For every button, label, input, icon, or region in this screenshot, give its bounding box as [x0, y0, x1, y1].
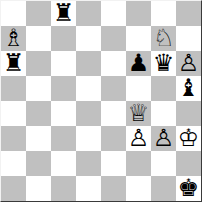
square-f6[interactable]: ♟ [126, 51, 151, 76]
square-e5[interactable] [101, 76, 126, 101]
square-e4[interactable] [101, 101, 126, 126]
square-g7[interactable]: ♘ [151, 26, 176, 51]
square-c3[interactable] [51, 126, 76, 151]
square-f4[interactable]: ♕ [126, 101, 151, 126]
piece-white-king[interactable]: ♔ [178, 126, 200, 151]
square-c7[interactable] [51, 26, 76, 51]
piece-black-pawn[interactable]: ♟ [128, 51, 150, 76]
square-d1[interactable] [76, 176, 101, 201]
square-a3[interactable] [1, 126, 26, 151]
square-d2[interactable] [76, 151, 101, 176]
chess-board: ♜♗♘♜♟♛♙♝♕♙♙♔♚ [0, 0, 202, 202]
square-f2[interactable] [126, 151, 151, 176]
square-d5[interactable] [76, 76, 101, 101]
square-d4[interactable] [76, 101, 101, 126]
square-b2[interactable] [26, 151, 51, 176]
square-g6[interactable]: ♛ [151, 51, 176, 76]
square-g8[interactable] [151, 1, 176, 26]
square-e7[interactable] [101, 26, 126, 51]
square-g5[interactable] [151, 76, 176, 101]
square-d7[interactable] [76, 26, 101, 51]
piece-black-queen[interactable]: ♛ [153, 51, 175, 76]
piece-black-rook[interactable]: ♜ [53, 1, 75, 26]
piece-black-king[interactable]: ♚ [178, 176, 200, 201]
square-c4[interactable] [51, 101, 76, 126]
square-d6[interactable] [76, 51, 101, 76]
square-a7[interactable]: ♗ [1, 26, 26, 51]
square-c1[interactable] [51, 176, 76, 201]
square-b4[interactable] [26, 101, 51, 126]
square-a1[interactable] [1, 176, 26, 201]
square-h8[interactable] [176, 1, 201, 26]
square-a4[interactable] [1, 101, 26, 126]
square-c5[interactable] [51, 76, 76, 101]
square-f3[interactable]: ♙ [126, 126, 151, 151]
square-g3[interactable]: ♙ [151, 126, 176, 151]
piece-white-knight[interactable]: ♘ [153, 26, 175, 51]
square-h3[interactable]: ♔ [176, 126, 201, 151]
square-d8[interactable] [76, 1, 101, 26]
square-g1[interactable] [151, 176, 176, 201]
square-e2[interactable] [101, 151, 126, 176]
piece-white-pawn[interactable]: ♙ [153, 126, 175, 151]
square-c6[interactable] [51, 51, 76, 76]
square-a6[interactable]: ♜ [1, 51, 26, 76]
square-e3[interactable] [101, 126, 126, 151]
square-g4[interactable] [151, 101, 176, 126]
square-f1[interactable] [126, 176, 151, 201]
square-e6[interactable] [101, 51, 126, 76]
piece-black-bishop[interactable]: ♝ [178, 76, 200, 101]
square-g2[interactable] [151, 151, 176, 176]
piece-white-bishop[interactable]: ♗ [3, 26, 25, 51]
square-d3[interactable] [76, 126, 101, 151]
square-f5[interactable] [126, 76, 151, 101]
square-h6[interactable]: ♙ [176, 51, 201, 76]
square-h7[interactable] [176, 26, 201, 51]
square-a8[interactable] [1, 1, 26, 26]
square-h1[interactable]: ♚ [176, 176, 201, 201]
square-e1[interactable] [101, 176, 126, 201]
piece-white-pawn[interactable]: ♙ [128, 126, 150, 151]
square-h4[interactable] [176, 101, 201, 126]
piece-white-pawn[interactable]: ♙ [178, 51, 200, 76]
square-b8[interactable] [26, 1, 51, 26]
square-b1[interactable] [26, 176, 51, 201]
square-c2[interactable] [51, 151, 76, 176]
square-b6[interactable] [26, 51, 51, 76]
square-c8[interactable]: ♜ [51, 1, 76, 26]
square-a5[interactable] [1, 76, 26, 101]
square-a2[interactable] [1, 151, 26, 176]
square-h5[interactable]: ♝ [176, 76, 201, 101]
square-f7[interactable] [126, 26, 151, 51]
square-b3[interactable] [26, 126, 51, 151]
piece-black-rook[interactable]: ♜ [3, 51, 25, 76]
square-b7[interactable] [26, 26, 51, 51]
square-h2[interactable] [176, 151, 201, 176]
piece-white-queen[interactable]: ♕ [128, 101, 150, 126]
square-b5[interactable] [26, 76, 51, 101]
square-e8[interactable] [101, 1, 126, 26]
square-f8[interactable] [126, 1, 151, 26]
